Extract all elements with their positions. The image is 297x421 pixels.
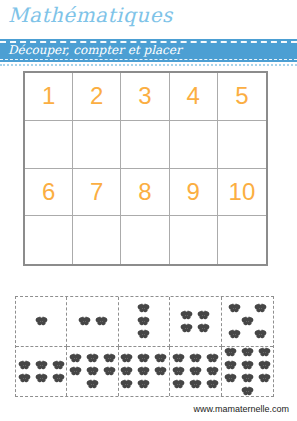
butterfly-icon	[241, 360, 254, 370]
butterfly-icon	[86, 353, 99, 363]
butterfly-icon	[224, 347, 237, 357]
instruction-text: Découper, compter et placer	[8, 43, 182, 57]
butterfly-card-strip	[15, 296, 274, 397]
empty-placement-cell	[73, 121, 121, 169]
butterfly-icon	[120, 366, 133, 376]
butterfly-icon	[137, 366, 150, 376]
butterfly-icon	[172, 379, 185, 389]
butterfly-icon	[86, 379, 99, 389]
butterfly-icon	[206, 379, 219, 389]
butterfly-icon	[197, 323, 210, 333]
worksheet-page: Mathématiques Découper, compter et place…	[0, 0, 297, 421]
number-cell-7: 7	[73, 169, 121, 217]
empty-placement-cell	[170, 216, 218, 264]
butterfly-card-2	[67, 297, 118, 347]
butterfly-card-3	[119, 297, 170, 347]
butterfly-card-5	[222, 297, 273, 347]
number-grid: 1 2 3 4 5 6 7 8 9 10	[23, 71, 268, 266]
butterfly-icon	[137, 353, 150, 363]
butterfly-icon	[137, 303, 150, 313]
butterfly-card-9	[170, 347, 221, 397]
butterfly-card-1	[16, 297, 67, 347]
butterfly-icon	[172, 353, 185, 363]
butterfly-card-7	[67, 347, 118, 397]
butterfly-icon	[258, 360, 271, 370]
butterfly-icon	[35, 316, 48, 326]
number-cell-4: 4	[170, 73, 218, 121]
empty-placement-cell	[170, 121, 218, 169]
butterfly-icon	[137, 379, 150, 389]
butterfly-icon	[197, 310, 210, 320]
number-cell-6: 6	[25, 169, 73, 217]
butterfly-card-8	[119, 347, 170, 397]
butterfly-icon	[258, 347, 271, 357]
butterfly-card-4	[170, 297, 221, 347]
butterfly-icon	[241, 386, 254, 396]
butterfly-icon	[180, 323, 193, 333]
butterfly-icon	[206, 366, 219, 376]
empty-placement-cell	[218, 121, 266, 169]
instruction-banner: Découper, compter et placer	[0, 39, 297, 62]
butterfly-icon	[241, 316, 254, 326]
number-cell-9: 9	[170, 169, 218, 217]
butterfly-card-10	[222, 347, 273, 397]
butterfly-icon	[172, 366, 185, 376]
number-cell-5: 5	[218, 73, 266, 121]
butterfly-icon	[180, 310, 193, 320]
butterfly-icon	[189, 353, 202, 363]
butterfly-icon	[154, 366, 167, 376]
butterfly-icon	[206, 353, 219, 363]
butterfly-icon	[241, 373, 254, 383]
butterfly-icon	[35, 360, 48, 370]
butterfly-card-6	[16, 347, 67, 397]
empty-placement-cell	[25, 216, 73, 264]
butterfly-icon	[254, 303, 267, 313]
butterfly-icon	[120, 353, 133, 363]
butterfly-icon	[154, 353, 167, 363]
empty-placement-cell	[25, 121, 73, 169]
butterfly-icon	[228, 329, 241, 339]
number-cell-1: 1	[25, 73, 73, 121]
butterfly-icon	[18, 360, 31, 370]
empty-placement-cell	[121, 216, 169, 264]
empty-placement-cell	[121, 121, 169, 169]
butterfly-icon	[224, 360, 237, 370]
empty-placement-cell	[73, 216, 121, 264]
butterfly-icon	[78, 316, 91, 326]
butterfly-icon	[103, 366, 116, 376]
butterfly-icon	[52, 373, 65, 383]
website-url: www.mamaternelle.com	[193, 404, 289, 414]
butterfly-icon	[120, 379, 133, 389]
butterfly-icon	[224, 373, 237, 383]
butterfly-icon	[18, 373, 31, 383]
butterfly-icon	[137, 316, 150, 326]
butterfly-icon	[35, 373, 48, 383]
butterfly-icon	[241, 347, 254, 357]
number-cell-2: 2	[73, 73, 121, 121]
butterfly-icon	[86, 366, 99, 376]
butterfly-icon	[254, 329, 267, 339]
number-cell-10: 10	[218, 169, 266, 217]
number-cell-3: 3	[121, 73, 169, 121]
butterfly-icon	[69, 353, 82, 363]
butterfly-icon	[189, 366, 202, 376]
butterfly-icon	[52, 360, 65, 370]
page-title: Mathématiques	[8, 3, 173, 27]
number-cell-8: 8	[121, 169, 169, 217]
butterfly-icon	[69, 366, 82, 376]
butterfly-icon	[103, 353, 116, 363]
dotted-divider	[0, 64, 297, 66]
butterfly-icon	[228, 303, 241, 313]
empty-placement-cell	[218, 216, 266, 264]
butterfly-icon	[258, 373, 271, 383]
butterfly-icon	[189, 379, 202, 389]
butterfly-icon	[137, 329, 150, 339]
butterfly-icon	[95, 316, 108, 326]
